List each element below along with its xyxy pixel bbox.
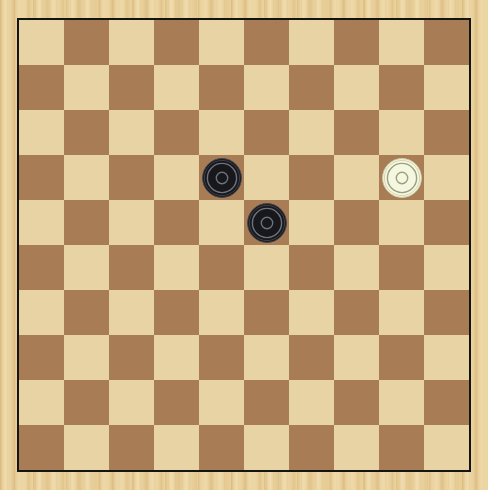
draughts-board	[17, 18, 471, 472]
board-cell-light	[154, 65, 199, 110]
board-cell-light	[64, 155, 109, 200]
board-cell-square-29[interactable]	[289, 245, 334, 290]
board-cell-light	[379, 380, 424, 425]
board-cell-light	[424, 245, 469, 290]
board-cell-square-24[interactable]	[334, 200, 379, 245]
board-cell-light	[199, 200, 244, 245]
board-cell-square-1[interactable]	[64, 20, 109, 65]
board-cell-square-44[interactable]	[334, 380, 379, 425]
board-cell-square-26[interactable]	[19, 245, 64, 290]
board-cell-square-8[interactable]	[199, 65, 244, 110]
board-cell-light	[244, 65, 289, 110]
board-cell-square-6[interactable]	[19, 65, 64, 110]
board-cell-light	[199, 20, 244, 65]
board-cell-square-43[interactable]	[244, 380, 289, 425]
board-cell-square-12[interactable]	[154, 110, 199, 155]
board-cell-square-48[interactable]	[199, 425, 244, 470]
board-cell-light	[424, 65, 469, 110]
board-cell-square-33[interactable]	[244, 290, 289, 335]
board-cell-square-49[interactable]	[289, 425, 334, 470]
board-cell-square-46[interactable]	[19, 425, 64, 470]
board-cell-square-11[interactable]	[64, 110, 109, 155]
board-cell-light	[109, 110, 154, 155]
board-cell-square-25[interactable]	[424, 200, 469, 245]
board-cell-light	[19, 110, 64, 155]
board-cell-light	[334, 155, 379, 200]
board-cell-square-15[interactable]	[424, 110, 469, 155]
board-cell-square-18[interactable]	[199, 155, 244, 200]
black-man-piece[interactable]	[247, 203, 287, 243]
board-cell-square-34[interactable]	[334, 290, 379, 335]
board-cell-light	[199, 290, 244, 335]
board-cell-light	[19, 200, 64, 245]
board-cell-light	[379, 200, 424, 245]
piece-disc	[202, 158, 242, 198]
board-cell-square-41[interactable]	[64, 380, 109, 425]
black-man-piece[interactable]	[202, 158, 242, 198]
board-cell-light	[154, 245, 199, 290]
board-cell-light	[244, 425, 289, 470]
board-cell-light	[334, 335, 379, 380]
board-cell-light	[109, 290, 154, 335]
board-cell-square-9[interactable]	[289, 65, 334, 110]
board-cell-square-37[interactable]	[109, 335, 154, 380]
board-cell-square-13[interactable]	[244, 110, 289, 155]
board-cell-light	[64, 245, 109, 290]
board-cell-light	[244, 335, 289, 380]
board-cell-square-21[interactable]	[64, 200, 109, 245]
board-cell-light	[379, 20, 424, 65]
board-cell-square-39[interactable]	[289, 335, 334, 380]
board-cell-square-38[interactable]	[199, 335, 244, 380]
board-cell-square-20[interactable]	[379, 155, 424, 200]
board-cell-light	[289, 20, 334, 65]
board-cell-light	[379, 110, 424, 155]
board-cell-light	[244, 245, 289, 290]
board-cell-light	[154, 155, 199, 200]
board-cell-square-5[interactable]	[424, 20, 469, 65]
board-cell-light	[19, 380, 64, 425]
board-cell-light	[19, 20, 64, 65]
board-cell-square-36[interactable]	[19, 335, 64, 380]
board-cell-square-27[interactable]	[109, 245, 154, 290]
board-cell-square-35[interactable]	[424, 290, 469, 335]
board-cell-square-47[interactable]	[109, 425, 154, 470]
board-cell-light	[64, 425, 109, 470]
board-cell-light	[334, 245, 379, 290]
board-cell-square-4[interactable]	[334, 20, 379, 65]
board-cell-light	[289, 110, 334, 155]
board-cell-square-30[interactable]	[379, 245, 424, 290]
board-cell-light	[199, 380, 244, 425]
board-cell-square-7[interactable]	[109, 65, 154, 110]
board-cell-light	[154, 335, 199, 380]
board-cell-light	[424, 335, 469, 380]
board-cell-light	[64, 65, 109, 110]
board-cell-square-10[interactable]	[379, 65, 424, 110]
board-cell-light	[199, 110, 244, 155]
board-cell-square-17[interactable]	[109, 155, 154, 200]
board-cell-square-3[interactable]	[244, 20, 289, 65]
board-cell-square-2[interactable]	[154, 20, 199, 65]
board-cell-light	[334, 425, 379, 470]
board-cell-light	[424, 425, 469, 470]
board-cell-square-31[interactable]	[64, 290, 109, 335]
board-cell-light	[289, 380, 334, 425]
board-cell-square-19[interactable]	[289, 155, 334, 200]
board-cell-light	[379, 290, 424, 335]
board-cell-light	[64, 335, 109, 380]
board-cell-square-14[interactable]	[334, 110, 379, 155]
board-cell-light	[19, 290, 64, 335]
board-cell-light	[289, 290, 334, 335]
board-cell-square-42[interactable]	[154, 380, 199, 425]
board-cell-light	[109, 380, 154, 425]
board-cell-square-22[interactable]	[154, 200, 199, 245]
board-cell-square-28[interactable]	[199, 245, 244, 290]
draughts-app	[0, 0, 488, 490]
board-cell-square-32[interactable]	[154, 290, 199, 335]
board-cell-light	[424, 155, 469, 200]
board-cell-light	[244, 155, 289, 200]
white-man-piece[interactable]	[382, 158, 422, 198]
board-cell-light	[334, 65, 379, 110]
board-cell-light	[109, 200, 154, 245]
board-cell-square-50[interactable]	[379, 425, 424, 470]
board-cell-light	[289, 200, 334, 245]
board-cell-square-45[interactable]	[424, 380, 469, 425]
board-cell-light	[109, 20, 154, 65]
board-cell-square-23[interactable]	[244, 200, 289, 245]
piece-disc	[247, 203, 287, 243]
board-cell-light	[154, 425, 199, 470]
piece-disc	[382, 158, 422, 198]
board-cell-square-40[interactable]	[379, 335, 424, 380]
board-cell-square-16[interactable]	[19, 155, 64, 200]
